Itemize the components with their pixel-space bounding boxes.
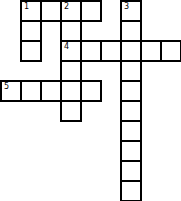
clue-number: 1 bbox=[24, 2, 29, 11]
cell-r4c1[interactable] bbox=[21, 81, 41, 101]
cell-r3c3[interactable] bbox=[61, 61, 81, 81]
clue-number: 3 bbox=[124, 2, 129, 11]
crossword-diagram: 12345 bbox=[0, 0, 181, 201]
cell-r1c1[interactable] bbox=[21, 21, 41, 41]
cell-r6c6[interactable] bbox=[121, 121, 141, 141]
cell-r2c8[interactable] bbox=[161, 41, 181, 61]
cell-r9c6[interactable] bbox=[121, 181, 141, 201]
cell-r7c6[interactable] bbox=[121, 141, 141, 161]
cell-r1c6[interactable] bbox=[121, 21, 141, 41]
cell-r0c2[interactable] bbox=[41, 1, 61, 21]
cell-r2c7[interactable] bbox=[141, 41, 161, 61]
crossword-grid: 12345 bbox=[1, 1, 181, 201]
cell-r3c6[interactable] bbox=[121, 61, 141, 81]
cell-r0c4[interactable] bbox=[81, 1, 101, 21]
clue-number: 2 bbox=[64, 2, 69, 11]
clue-number: 4 bbox=[64, 42, 69, 51]
cell-r0c6[interactable]: 3 bbox=[121, 1, 141, 21]
cell-r4c2[interactable] bbox=[41, 81, 61, 101]
cell-r2c5[interactable] bbox=[101, 41, 121, 61]
cell-r8c6[interactable] bbox=[121, 161, 141, 181]
cell-r4c3[interactable] bbox=[61, 81, 81, 101]
cell-r2c3[interactable]: 4 bbox=[61, 41, 81, 61]
cell-r4c6[interactable] bbox=[121, 81, 141, 101]
cell-r5c6[interactable] bbox=[121, 101, 141, 121]
cell-r4c4[interactable] bbox=[81, 81, 101, 101]
cell-r4c0[interactable]: 5 bbox=[1, 81, 21, 101]
clue-number: 5 bbox=[4, 82, 9, 91]
cell-r2c4[interactable] bbox=[81, 41, 101, 61]
cell-r0c1[interactable]: 1 bbox=[21, 1, 41, 21]
cell-r2c1[interactable] bbox=[21, 41, 41, 61]
cell-r0c3[interactable]: 2 bbox=[61, 1, 81, 21]
cell-r2c6[interactable] bbox=[121, 41, 141, 61]
cell-r5c3[interactable] bbox=[61, 101, 81, 121]
cell-r1c3[interactable] bbox=[61, 21, 81, 41]
